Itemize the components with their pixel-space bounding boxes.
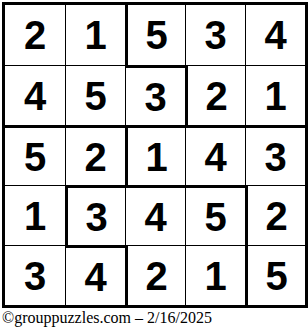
cell-r3c5: 3 xyxy=(245,125,305,185)
cell-r5c3: 2 xyxy=(125,245,185,305)
cell-r4c1: 1 xyxy=(5,185,65,245)
cell-r1c4: 3 xyxy=(185,5,245,65)
cell-r1c1: 2 xyxy=(5,5,65,65)
cell-r3c3: 1 xyxy=(125,125,185,185)
cell-r4c2: 3 xyxy=(65,185,125,245)
copyright-credit: ©grouppuzzles.com – 2/16/2025 xyxy=(2,309,212,327)
sudoku5-board: 2 1 5 3 4 4 5 3 2 1 5 2 1 4 3 1 3 4 5 2 … xyxy=(2,2,308,308)
cell-r1c5: 4 xyxy=(245,5,305,65)
cell-r1c2: 1 xyxy=(65,5,125,65)
cell-r5c2: 4 xyxy=(65,245,125,305)
cell-r5c4: 1 xyxy=(185,245,245,305)
cell-r3c1: 5 xyxy=(5,125,65,185)
puzzle-page: 2 1 5 3 4 4 5 3 2 1 5 2 1 4 3 1 3 4 5 2 … xyxy=(0,0,308,329)
cell-r3c4: 4 xyxy=(185,125,245,185)
cell-r4c5: 2 xyxy=(245,185,305,245)
cell-r1c3: 5 xyxy=(125,5,185,65)
cell-r2c5: 1 xyxy=(245,65,305,125)
cell-r2c4: 2 xyxy=(185,65,245,125)
cell-r3c2: 2 xyxy=(65,125,125,185)
cell-r2c3: 3 xyxy=(125,65,185,125)
cell-r2c2: 5 xyxy=(65,65,125,125)
cell-r5c5: 5 xyxy=(245,245,305,305)
cell-r2c1: 4 xyxy=(5,65,65,125)
cell-r4c3: 4 xyxy=(125,185,185,245)
cell-r4c4: 5 xyxy=(185,185,245,245)
cell-r5c1: 3 xyxy=(5,245,65,305)
